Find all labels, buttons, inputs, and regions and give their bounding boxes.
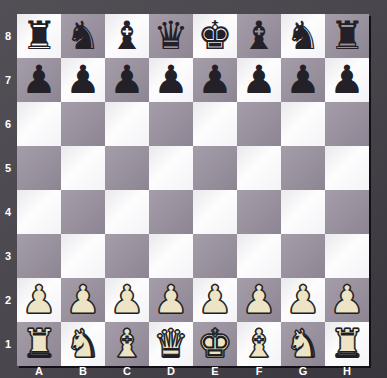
square-g7[interactable]: ♟ [281, 58, 325, 102]
square-c3[interactable] [105, 234, 149, 278]
square-g3[interactable] [281, 234, 325, 278]
square-f1[interactable]: ♝ [237, 322, 281, 366]
square-c5[interactable] [105, 146, 149, 190]
chess-board-frame: 87654321 ♜♞♝♛♚♝♞♜♟♟♟♟♟♟♟♟♟♟♟♟♟♟♟♟♜♞♝♛♚♝♞… [0, 0, 387, 378]
square-f4[interactable] [237, 190, 281, 234]
square-b2[interactable]: ♟ [61, 278, 105, 322]
square-f7[interactable]: ♟ [237, 58, 281, 102]
rank-label-6: 6 [0, 102, 16, 146]
square-c2[interactable]: ♟ [105, 278, 149, 322]
square-d5[interactable] [149, 146, 193, 190]
file-label-e: E [193, 366, 237, 378]
rank-label-1: 1 [0, 322, 16, 366]
file-label-c: C [105, 366, 149, 378]
square-c4[interactable] [105, 190, 149, 234]
square-e8[interactable]: ♚ [193, 14, 237, 58]
square-e3[interactable] [193, 234, 237, 278]
square-c8[interactable]: ♝ [105, 14, 149, 58]
rank-label-2: 2 [0, 278, 16, 322]
square-h1[interactable]: ♜ [325, 322, 369, 366]
square-b6[interactable] [61, 102, 105, 146]
square-b3[interactable] [61, 234, 105, 278]
square-a8[interactable]: ♜ [17, 14, 61, 58]
piece-white-pawn[interactable]: ♟ [242, 278, 277, 322]
piece-white-bishop[interactable]: ♝ [110, 322, 145, 366]
square-g5[interactable] [281, 146, 325, 190]
square-h2[interactable]: ♟ [325, 278, 369, 322]
square-g1[interactable]: ♞ [281, 322, 325, 366]
square-d1[interactable]: ♛ [149, 322, 193, 366]
square-e4[interactable] [193, 190, 237, 234]
piece-white-pawn[interactable]: ♟ [286, 278, 321, 322]
piece-black-pawn[interactable]: ♟ [286, 58, 321, 102]
rank-label-5: 5 [0, 146, 16, 190]
file-label-b: B [61, 366, 105, 378]
rank-label-8: 8 [0, 14, 16, 58]
piece-black-rook[interactable]: ♜ [22, 14, 57, 58]
piece-black-pawn[interactable]: ♟ [330, 58, 365, 102]
file-label-h: H [325, 366, 369, 378]
file-label-d: D [149, 366, 193, 378]
piece-black-pawn[interactable]: ♟ [66, 58, 101, 102]
piece-black-knight[interactable]: ♞ [286, 14, 321, 58]
square-b1[interactable]: ♞ [61, 322, 105, 366]
piece-white-pawn[interactable]: ♟ [66, 278, 101, 322]
piece-white-knight[interactable]: ♞ [66, 322, 101, 366]
square-h3[interactable] [325, 234, 369, 278]
piece-white-knight[interactable]: ♞ [286, 322, 321, 366]
rank-label-4: 4 [0, 190, 16, 234]
square-e2[interactable]: ♟ [193, 278, 237, 322]
square-e5[interactable] [193, 146, 237, 190]
square-d6[interactable] [149, 102, 193, 146]
piece-white-pawn[interactable]: ♟ [110, 278, 145, 322]
piece-black-bishop[interactable]: ♝ [242, 14, 277, 58]
square-a2[interactable]: ♟ [17, 278, 61, 322]
piece-black-queen[interactable]: ♛ [154, 14, 189, 58]
piece-white-bishop[interactable]: ♝ [242, 322, 277, 366]
square-g6[interactable] [281, 102, 325, 146]
square-d3[interactable] [149, 234, 193, 278]
square-h8[interactable]: ♜ [325, 14, 369, 58]
square-c6[interactable] [105, 102, 149, 146]
piece-white-pawn[interactable]: ♟ [154, 278, 189, 322]
file-label-f: F [237, 366, 281, 378]
square-f8[interactable]: ♝ [237, 14, 281, 58]
square-h7[interactable]: ♟ [325, 58, 369, 102]
square-e7[interactable]: ♟ [193, 58, 237, 102]
square-d8[interactable]: ♛ [149, 14, 193, 58]
piece-black-knight[interactable]: ♞ [66, 14, 101, 58]
square-g8[interactable]: ♞ [281, 14, 325, 58]
square-f3[interactable] [237, 234, 281, 278]
square-g4[interactable] [281, 190, 325, 234]
square-h5[interactable] [325, 146, 369, 190]
square-b8[interactable]: ♞ [61, 14, 105, 58]
piece-black-pawn[interactable]: ♟ [154, 58, 189, 102]
square-f2[interactable]: ♟ [237, 278, 281, 322]
square-a4[interactable] [17, 190, 61, 234]
piece-white-pawn[interactable]: ♟ [22, 278, 57, 322]
piece-black-pawn[interactable]: ♟ [198, 58, 233, 102]
square-a3[interactable] [17, 234, 61, 278]
chess-board: ♜♞♝♛♚♝♞♜♟♟♟♟♟♟♟♟♟♟♟♟♟♟♟♟♜♞♝♛♚♝♞♜ [17, 14, 369, 366]
piece-black-pawn[interactable]: ♟ [110, 58, 145, 102]
piece-white-rook[interactable]: ♜ [22, 322, 57, 366]
square-a6[interactable] [17, 102, 61, 146]
piece-black-pawn[interactable]: ♟ [242, 58, 277, 102]
piece-white-king[interactable]: ♚ [198, 322, 233, 366]
square-e1[interactable]: ♚ [193, 322, 237, 366]
piece-black-king[interactable]: ♚ [198, 14, 233, 58]
square-h6[interactable] [325, 102, 369, 146]
square-c7[interactable]: ♟ [105, 58, 149, 102]
square-f5[interactable] [237, 146, 281, 190]
square-b4[interactable] [61, 190, 105, 234]
square-c1[interactable]: ♝ [105, 322, 149, 366]
square-a5[interactable] [17, 146, 61, 190]
square-d7[interactable]: ♟ [149, 58, 193, 102]
square-e6[interactable] [193, 102, 237, 146]
piece-black-bishop[interactable]: ♝ [110, 14, 145, 58]
piece-white-pawn[interactable]: ♟ [330, 278, 365, 322]
square-d2[interactable]: ♟ [149, 278, 193, 322]
square-d4[interactable] [149, 190, 193, 234]
square-b7[interactable]: ♟ [61, 58, 105, 102]
rank-label-3: 3 [0, 234, 16, 278]
piece-black-rook[interactable]: ♜ [330, 14, 365, 58]
rank-label-7: 7 [0, 58, 16, 102]
file-label-g: G [281, 366, 325, 378]
square-g2[interactable]: ♟ [281, 278, 325, 322]
square-b5[interactable] [61, 146, 105, 190]
file-label-a: A [17, 366, 61, 378]
piece-white-rook[interactable]: ♜ [330, 322, 365, 366]
piece-black-pawn[interactable]: ♟ [22, 58, 57, 102]
square-h4[interactable] [325, 190, 369, 234]
piece-white-pawn[interactable]: ♟ [198, 278, 233, 322]
piece-white-queen[interactable]: ♛ [154, 322, 189, 366]
square-a7[interactable]: ♟ [17, 58, 61, 102]
square-a1[interactable]: ♜ [17, 322, 61, 366]
square-f6[interactable] [237, 102, 281, 146]
